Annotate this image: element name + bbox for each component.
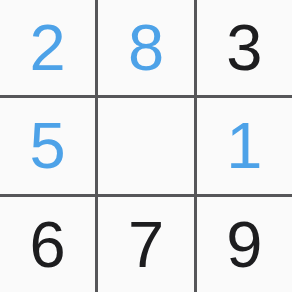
sudoku-board: 2 8 3 5 1 6 7 9 — [0, 0, 292, 292]
sudoku-cell-r2c0[interactable]: 6 — [0, 197, 95, 292]
sudoku-cell-r2c1[interactable]: 7 — [98, 197, 193, 292]
sudoku-cell-r0c2[interactable]: 3 — [197, 0, 292, 95]
sudoku-cell-r1c1[interactable] — [98, 98, 193, 193]
sudoku-cell-r0c0[interactable]: 2 — [0, 0, 95, 95]
sudoku-cell-r1c0[interactable]: 5 — [0, 98, 95, 193]
sudoku-cell-r1c2[interactable]: 1 — [197, 98, 292, 193]
sudoku-cell-r0c1[interactable]: 8 — [98, 0, 193, 95]
sudoku-cell-r2c2[interactable]: 9 — [197, 197, 292, 292]
